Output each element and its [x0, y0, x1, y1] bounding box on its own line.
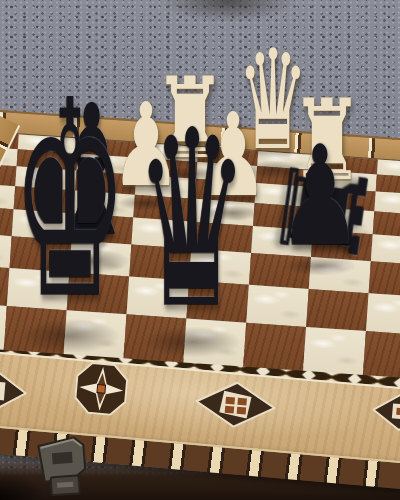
square-c2 [67, 272, 130, 314]
square-h2 [366, 293, 400, 335]
left-diamond-medallion-icon [0, 367, 28, 414]
square-e3 [189, 249, 251, 285]
square-g1 [303, 327, 366, 375]
square-e4 [191, 222, 253, 253]
square-e2 [186, 281, 249, 323]
right-diamond-medallion-icon [371, 391, 400, 434]
board-grid [0, 130, 400, 379]
square-f3 [249, 253, 311, 289]
square-a6 [0, 162, 17, 186]
square-c3 [69, 240, 131, 276]
square-f1 [243, 323, 306, 371]
square-h3 [369, 261, 400, 297]
square-g3 [309, 257, 371, 293]
square-d3 [129, 245, 191, 281]
board-wrapper [0, 107, 400, 379]
square-c1 [64, 310, 127, 358]
square-f2 [246, 285, 309, 327]
square-c4 [72, 213, 134, 244]
latch-icon [26, 433, 112, 500]
square-d4 [131, 218, 193, 249]
square-b3 [9, 236, 71, 272]
square-f4 [251, 226, 313, 257]
kite-medallion-icon [194, 378, 278, 431]
square-b1 [4, 306, 67, 354]
star-medallion-icon [73, 361, 129, 417]
square-g4 [311, 230, 373, 261]
square-d2 [127, 276, 190, 318]
square-b2 [7, 268, 70, 310]
chessboard-photo: ♛♜♟♜♟♜♝♟♚♛ [0, 0, 400, 500]
square-e1 [183, 319, 246, 367]
square-h1 [363, 331, 400, 379]
square-g2 [306, 289, 369, 331]
square-b4 [12, 209, 74, 240]
square-d1 [123, 314, 186, 362]
